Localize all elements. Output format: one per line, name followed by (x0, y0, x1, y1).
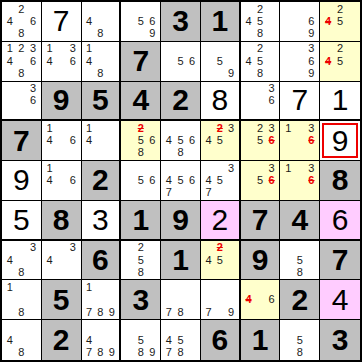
candidate-2: 2 (214, 122, 225, 134)
cell-r5c2[interactable]: 146 (42, 161, 82, 201)
cell-r4c5[interactable]: 4568 (161, 121, 201, 161)
candidate-5: 5 (214, 55, 225, 67)
cell-r6c1[interactable]: 5 (2, 201, 42, 241)
candidate-4: 4 (203, 174, 214, 186)
candidate-2: 2 (16, 3, 28, 15)
candidate-6: 6 (67, 174, 79, 186)
given-digit: 7 (13, 126, 30, 156)
candidate-6: 6 (186, 55, 198, 67)
pencil-marks: 48 (84, 3, 118, 40)
given-digit: 9 (53, 85, 70, 115)
pencil-marks: 146 (44, 162, 79, 199)
candidate-5: 5 (254, 15, 266, 27)
candidate-6: 6 (306, 135, 318, 147)
candidate-1: 1 (44, 43, 56, 55)
pencil-marks: 2345 (203, 122, 237, 159)
solved-digit: 7 (53, 6, 70, 36)
cell-r8c8[interactable]: 2 (280, 280, 320, 320)
sudoku-board: 2468748569312458692451234681346148756592… (0, 0, 362, 362)
cell-r5c3[interactable]: 2 (82, 161, 122, 201)
cell-r3c9[interactable]: 1 (320, 82, 360, 122)
candidate-3: 3 (266, 162, 278, 174)
candidate-3: 3 (306, 43, 318, 55)
cell-r4c8[interactable]: 136 (280, 121, 320, 161)
candidate-6: 6 (306, 174, 318, 186)
candidate-2: 2 (334, 43, 346, 55)
candidate-9: 9 (225, 67, 236, 79)
cell-r5c8[interactable]: 136 (280, 161, 320, 201)
given-digit: 8 (53, 205, 70, 235)
pencil-marks: 136 (282, 122, 317, 159)
candidate-4: 4 (44, 174, 56, 186)
candidate-4: 4 (84, 55, 95, 67)
cell-r6c2[interactable]: 8 (42, 201, 82, 241)
cell-r9c9[interactable]: 3 (320, 320, 360, 360)
candidate-4: 4 (203, 254, 214, 266)
given-digit: 3 (132, 285, 149, 315)
given-digit: 5 (92, 85, 109, 115)
candidate-5: 5 (294, 254, 306, 266)
candidate-8: 8 (95, 67, 106, 79)
candidate-5: 5 (254, 174, 266, 186)
given-digit: 4 (291, 205, 308, 235)
candidate-8: 8 (254, 67, 266, 79)
cell-r5c4[interactable]: 56 (121, 161, 161, 201)
cell-r5c9[interactable]: 8 (320, 161, 360, 201)
pencil-marks: 34 (44, 242, 79, 279)
candidate-8: 8 (95, 346, 106, 359)
pencil-marks: 18 (4, 281, 39, 318)
solved-digit: 9 (13, 165, 30, 195)
candidate-7: 7 (84, 306, 95, 318)
candidate-2: 2 (135, 242, 147, 254)
candidate-4: 4 (322, 55, 334, 67)
candidate-8: 8 (175, 306, 187, 318)
given-digit: 3 (332, 325, 349, 355)
candidate-4: 4 (84, 334, 95, 347)
solved-digit: 7 (291, 85, 308, 115)
candidate-8: 8 (175, 346, 187, 359)
cell-r7c1[interactable]: 348 (2, 241, 42, 281)
pencil-marks: 36 (243, 83, 278, 119)
candidate-9: 9 (147, 28, 159, 40)
cell-r3c7[interactable]: 36 (241, 82, 281, 122)
cell-r7c8[interactable]: 58 (280, 241, 320, 281)
cell-r3c1[interactable]: 36 (2, 82, 42, 122)
pencil-marks: 245 (322, 43, 358, 80)
cell-r2c6[interactable]: 59 (201, 42, 241, 82)
candidate-1: 1 (282, 122, 294, 134)
cell-r2c5[interactable]: 56 (161, 42, 201, 82)
candidate-3: 3 (27, 43, 39, 55)
candidate-4: 4 (4, 334, 16, 347)
candidate-6: 6 (266, 135, 278, 147)
candidate-1: 1 (84, 43, 95, 55)
cell-r3c8[interactable]: 7 (280, 82, 320, 122)
cell-r6c5[interactable]: 9 (161, 201, 201, 241)
cell-r3c6[interactable]: 8 (201, 82, 241, 122)
candidate-9: 9 (106, 346, 117, 359)
cell-r4c1[interactable]: 7 (2, 121, 42, 161)
cell-r7c2[interactable]: 34 (42, 241, 82, 281)
candidate-8: 8 (95, 28, 106, 40)
cell-r1c3[interactable]: 48 (82, 2, 122, 42)
cell-r6c8[interactable]: 4 (280, 201, 320, 241)
candidate-3: 3 (67, 242, 79, 254)
candidate-4: 4 (84, 15, 95, 27)
candidate-6: 6 (67, 135, 79, 147)
cell-r2c8[interactable]: 369 (280, 42, 320, 82)
given-digit: 1 (252, 325, 269, 355)
candidate-8: 8 (175, 147, 187, 159)
candidate-3: 3 (306, 162, 318, 174)
given-digit: 7 (252, 205, 269, 235)
candidate-6: 6 (27, 15, 39, 27)
candidate-8: 8 (16, 28, 28, 40)
candidate-8: 8 (135, 147, 147, 159)
cell-r8c5[interactable]: 78 (161, 280, 201, 320)
candidate-9: 9 (306, 28, 318, 40)
candidate-8: 8 (294, 266, 306, 278)
cell-r9c2[interactable]: 2 (42, 320, 82, 360)
cell-r9c5[interactable]: 4578 (161, 320, 201, 360)
cell-r4c6[interactable]: 2345 (201, 121, 241, 161)
given-digit: 1 (211, 6, 228, 36)
candidate-7: 7 (163, 306, 175, 318)
pencil-marks: 4568 (163, 122, 198, 159)
candidate-9: 9 (106, 306, 117, 318)
cell-r3c3[interactable]: 5 (82, 82, 122, 122)
cell-r3c2[interactable]: 9 (42, 82, 82, 122)
candidate-5: 5 (254, 55, 266, 67)
candidate-5: 5 (175, 334, 187, 347)
cell-r2c1[interactable]: 123468 (2, 42, 42, 82)
candidate-7: 7 (203, 187, 214, 199)
cell-r8c2[interactable]: 5 (42, 280, 82, 320)
pencil-marks: 2458 (243, 3, 278, 40)
cell-r2c2[interactable]: 1346 (42, 42, 82, 82)
pencil-marks: 4789 (84, 321, 118, 359)
candidate-3: 3 (225, 162, 236, 174)
pencil-marks: 59 (203, 43, 237, 80)
given-digit: 3 (172, 6, 189, 36)
cell-r8c3[interactable]: 1789 (82, 280, 122, 320)
given-digit: 9 (172, 205, 189, 235)
candidate-4: 4 (4, 254, 16, 266)
cell-r4c4[interactable]: 2568 (121, 121, 161, 161)
cell-r9c6[interactable]: 6 (201, 320, 241, 360)
candidate-8: 8 (294, 346, 306, 359)
cell-r3c4[interactable]: 4 (121, 82, 161, 122)
cell-r9c1[interactable]: 48 (2, 320, 42, 360)
pencil-marks: 69 (282, 3, 317, 40)
candidate-5: 5 (135, 334, 147, 347)
candidate-3: 3 (27, 83, 39, 95)
cell-r1c1[interactable]: 2468 (2, 2, 42, 42)
candidate-8: 8 (254, 28, 266, 40)
cell-r4c7[interactable]: 2356 (241, 121, 281, 161)
cell-r1c8[interactable]: 69 (280, 2, 320, 42)
candidate-4: 4 (243, 55, 255, 67)
given-digit: 2 (53, 325, 70, 355)
cell-r5c5[interactable]: 4567 (161, 161, 201, 201)
candidate-5: 5 (175, 135, 187, 147)
candidate-9: 9 (147, 346, 159, 359)
candidate-8: 8 (95, 306, 106, 318)
candidate-6: 6 (27, 94, 39, 106)
cell-r2c9[interactable]: 245 (320, 42, 360, 82)
cell-r7c9[interactable]: 7 (320, 241, 360, 281)
candidate-8: 8 (16, 266, 28, 278)
candidate-8: 8 (135, 346, 147, 359)
candidate-5: 5 (294, 334, 306, 347)
cell-r8c7[interactable]: 46 (241, 280, 281, 320)
cell-r6c3[interactable]: 3 (82, 201, 122, 241)
pencil-marks: 48 (4, 321, 39, 359)
candidate-5: 5 (254, 135, 266, 147)
cell-r5c6[interactable]: 3457 (201, 161, 241, 201)
candidate-4: 4 (203, 135, 214, 147)
candidate-7: 7 (163, 346, 175, 359)
solved-digit: 9 (332, 126, 349, 156)
candidate-6: 6 (306, 55, 318, 67)
cell-r1c4[interactable]: 569 (121, 2, 161, 42)
cell-r4c2[interactable]: 146 (42, 121, 82, 161)
cell-r1c5[interactable]: 3 (161, 2, 201, 42)
candidate-3: 3 (266, 83, 278, 95)
pencil-marks: 123468 (4, 43, 39, 80)
candidate-5: 5 (175, 174, 187, 186)
cell-r1c7[interactable]: 2458 (241, 2, 281, 42)
given-digit: 2 (92, 165, 109, 195)
candidate-5: 5 (214, 174, 225, 186)
candidate-1: 1 (84, 281, 95, 293)
candidate-9: 9 (225, 306, 236, 318)
candidate-2: 2 (135, 122, 147, 134)
candidate-5: 5 (135, 174, 147, 186)
pencil-marks: 58 (282, 321, 317, 359)
cell-r2c3[interactable]: 148 (82, 42, 122, 82)
candidate-4: 4 (163, 135, 175, 147)
candidate-7: 7 (84, 346, 95, 359)
candidate-7: 7 (203, 306, 214, 318)
pencil-marks: 56 (163, 43, 198, 80)
candidate-2: 2 (254, 43, 266, 55)
pencil-marks: 146 (44, 122, 79, 159)
pencil-marks: 56 (123, 162, 158, 199)
cell-r9c7[interactable]: 1 (241, 320, 281, 360)
pencil-marks: 2568 (123, 122, 158, 159)
candidate-4: 4 (322, 15, 334, 27)
solved-digit: 6 (332, 205, 349, 235)
pencil-marks: 356 (243, 162, 278, 199)
pencil-marks: 79 (203, 281, 237, 318)
cell-r1c6[interactable]: 1 (201, 2, 241, 42)
given-digit: 2 (291, 285, 308, 315)
pencil-marks: 589 (123, 321, 158, 359)
candidate-1: 1 (4, 281, 16, 293)
candidate-6: 6 (266, 294, 278, 306)
solved-digit: 3 (92, 205, 109, 235)
candidate-7: 7 (163, 187, 175, 199)
given-digit: 9 (252, 245, 269, 275)
candidate-5: 5 (135, 135, 147, 147)
candidate-6: 6 (67, 55, 79, 67)
cell-r5c1[interactable]: 9 (2, 161, 42, 201)
pencil-marks: 2458 (243, 43, 278, 80)
cell-r2c7[interactable]: 2458 (241, 42, 281, 82)
candidate-6: 6 (306, 15, 318, 27)
candidate-5: 5 (135, 15, 147, 27)
given-digit: 1 (132, 205, 149, 235)
candidate-8: 8 (16, 306, 28, 318)
cell-r8c4[interactable]: 3 (121, 280, 161, 320)
solved-digit: 2 (211, 205, 228, 235)
candidate-6: 6 (266, 174, 278, 186)
cell-r1c2[interactable]: 7 (42, 2, 82, 42)
pencil-marks: 14 (84, 122, 118, 159)
candidate-2: 2 (254, 3, 266, 15)
candidate-6: 6 (186, 135, 198, 147)
candidate-1: 1 (84, 122, 95, 134)
cell-r1c9[interactable]: 245 (320, 2, 360, 42)
given-digit: 1 (172, 245, 189, 275)
candidate-1: 1 (44, 122, 56, 134)
cell-r7c5[interactable]: 1 (161, 241, 201, 281)
candidate-3: 3 (27, 242, 39, 254)
candidate-6: 6 (147, 135, 159, 147)
cell-r8c6[interactable]: 79 (201, 280, 241, 320)
candidate-4: 4 (243, 15, 255, 27)
candidate-8: 8 (135, 266, 147, 278)
cell-r4c3[interactable]: 14 (82, 121, 122, 161)
solved-digit: 5 (13, 205, 30, 235)
cell-r6c7[interactable]: 7 (241, 201, 281, 241)
pencil-marks: 245 (203, 242, 237, 279)
candidate-2: 2 (334, 3, 346, 15)
pencil-marks: 36 (4, 83, 39, 119)
cell-r4c9[interactable]: 9 (320, 121, 360, 161)
candidate-8: 8 (16, 346, 28, 359)
candidate-3: 3 (306, 122, 318, 134)
cell-r6c6[interactable]: 2 (201, 201, 241, 241)
cell-r7c4[interactable]: 258 (121, 241, 161, 281)
candidate-5: 5 (334, 15, 346, 27)
given-digit: 7 (132, 46, 149, 76)
cell-r8c1[interactable]: 18 (2, 280, 42, 320)
candidate-4: 4 (163, 174, 175, 186)
candidate-4: 4 (84, 135, 95, 147)
candidate-2: 2 (254, 122, 266, 134)
pencil-marks: 136 (282, 162, 317, 199)
candidate-2: 2 (214, 242, 225, 254)
candidate-5: 5 (214, 135, 225, 147)
pencil-marks: 2468 (4, 3, 39, 40)
solved-digit: 8 (211, 85, 228, 115)
candidate-4: 4 (4, 55, 16, 67)
candidate-1: 1 (282, 162, 294, 174)
candidate-4: 4 (4, 15, 16, 27)
pencil-marks: 1789 (84, 281, 118, 318)
candidate-3: 3 (225, 122, 236, 134)
candidate-1: 1 (4, 43, 16, 55)
cell-r7c7[interactable]: 9 (241, 241, 281, 281)
candidate-4: 4 (44, 135, 56, 147)
cell-r5c7[interactable]: 356 (241, 161, 281, 201)
given-digit: 6 (211, 325, 228, 355)
candidate-6: 6 (27, 55, 39, 67)
candidate-6: 6 (266, 94, 278, 106)
pencil-marks: 1346 (44, 43, 79, 80)
cell-r7c3[interactable]: 6 (82, 241, 122, 281)
pencil-marks: 46 (243, 281, 278, 318)
given-digit: 4 (132, 85, 149, 115)
given-digit: 6 (92, 245, 109, 275)
cell-r2c4[interactable]: 7 (121, 42, 161, 82)
cell-r9c8[interactable]: 58 (280, 320, 320, 360)
candidate-6: 6 (186, 174, 198, 186)
pencil-marks: 58 (282, 242, 317, 279)
candidate-2: 2 (16, 43, 28, 55)
cell-r3c5[interactable]: 2 (161, 82, 201, 122)
candidate-6: 6 (147, 15, 159, 27)
solved-digit: 1 (332, 85, 349, 115)
candidate-1: 1 (44, 162, 56, 174)
cell-r9c4[interactable]: 589 (121, 320, 161, 360)
cell-r7c6[interactable]: 245 (201, 241, 241, 281)
given-digit: 8 (332, 165, 349, 195)
candidate-5: 5 (334, 55, 346, 67)
candidate-4: 4 (243, 294, 255, 306)
candidate-4: 4 (44, 254, 56, 266)
candidate-5: 5 (135, 254, 147, 266)
pencil-marks: 245 (322, 3, 358, 40)
candidate-3: 3 (266, 122, 278, 134)
given-digit: 5 (53, 285, 70, 315)
candidate-5: 5 (214, 254, 225, 266)
cell-r6c9[interactable]: 6 (320, 201, 360, 241)
candidate-8: 8 (16, 67, 28, 79)
pencil-marks: 4567 (163, 162, 198, 199)
candidate-4: 4 (44, 55, 56, 67)
candidate-9: 9 (306, 67, 318, 79)
pencil-marks: 3457 (203, 162, 237, 199)
given-digit: 7 (332, 245, 349, 275)
cell-r8c9[interactable]: 4 (320, 280, 360, 320)
cell-r6c4[interactable]: 1 (121, 201, 161, 241)
pencil-marks: 78 (163, 281, 198, 318)
pencil-marks: 4578 (163, 321, 198, 359)
pencil-marks: 148 (84, 43, 118, 80)
candidate-6: 6 (147, 174, 159, 186)
candidate-3: 3 (67, 43, 79, 55)
candidate-5: 5 (175, 55, 187, 67)
pencil-marks: 569 (123, 3, 158, 40)
cell-r9c3[interactable]: 4789 (82, 320, 122, 360)
candidate-4: 4 (163, 334, 175, 347)
pencil-marks: 258 (123, 242, 158, 279)
pencil-marks: 2356 (243, 122, 278, 159)
given-digit: 2 (172, 85, 189, 115)
pencil-marks: 348 (4, 242, 39, 279)
solved-digit: 4 (332, 285, 349, 315)
pencil-marks: 369 (282, 43, 317, 80)
